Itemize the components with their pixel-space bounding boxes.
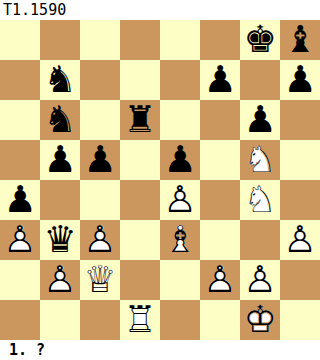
piece-fill: ♞ [40, 60, 80, 100]
square-e6[interactable] [160, 100, 200, 140]
piece-fill: ♟ [200, 60, 240, 100]
puzzle-title: T1.1590 [0, 0, 320, 20]
square-b2[interactable]: ♟♙ [40, 260, 80, 300]
black-pawn-icon[interactable]: ♟ [200, 60, 240, 100]
piece-fill: ♟ [40, 140, 80, 180]
white-queen-icon[interactable]: ♛♕ [80, 260, 120, 300]
square-c7[interactable] [80, 60, 120, 100]
square-c4[interactable] [80, 180, 120, 220]
piece-outline: ♘ [240, 180, 280, 220]
square-a8[interactable] [0, 20, 40, 60]
white-rook-icon[interactable]: ♜♖ [120, 300, 160, 340]
square-h2[interactable] [280, 260, 320, 300]
square-a1[interactable] [0, 300, 40, 340]
piece-fill: ♜ [120, 100, 160, 140]
square-b7[interactable]: ♞ [40, 60, 80, 100]
square-c8[interactable] [80, 20, 120, 60]
square-c5[interactable]: ♟ [80, 140, 120, 180]
piece-outline: ♘ [240, 140, 280, 180]
square-h7[interactable]: ♟ [280, 60, 320, 100]
piece-fill: ♞ [40, 100, 80, 140]
square-g4[interactable]: ♞♘ [240, 180, 280, 220]
piece-fill: ♟ [80, 140, 120, 180]
square-c2[interactable]: ♛♕ [80, 260, 120, 300]
square-b6[interactable]: ♞ [40, 100, 80, 140]
square-f4[interactable] [200, 180, 240, 220]
black-knight-icon[interactable]: ♞ [40, 100, 80, 140]
piece-outline: ♙ [160, 180, 200, 220]
white-knight-icon[interactable]: ♞♘ [240, 140, 280, 180]
square-h5[interactable] [280, 140, 320, 180]
piece-outline: ♙ [40, 260, 80, 300]
square-d4[interactable] [120, 180, 160, 220]
square-c6[interactable] [80, 100, 120, 140]
square-g7[interactable] [240, 60, 280, 100]
white-pawn-icon[interactable]: ♟♙ [280, 220, 320, 260]
piece-fill: ♟ [280, 60, 320, 100]
black-knight-icon[interactable]: ♞ [40, 60, 80, 100]
black-pawn-icon[interactable]: ♟ [0, 180, 40, 220]
square-e8[interactable] [160, 20, 200, 60]
square-d7[interactable] [120, 60, 160, 100]
square-f8[interactable] [200, 20, 240, 60]
black-rook-icon[interactable]: ♜ [120, 100, 160, 140]
piece-fill: ♚ [240, 20, 280, 60]
square-h3[interactable]: ♟♙ [280, 220, 320, 260]
square-d5[interactable] [120, 140, 160, 180]
square-b3[interactable]: ♛ [40, 220, 80, 260]
square-a6[interactable] [0, 100, 40, 140]
square-e4[interactable]: ♟♙ [160, 180, 200, 220]
white-pawn-icon[interactable]: ♟♙ [160, 180, 200, 220]
piece-outline: ♙ [240, 260, 280, 300]
piece-fill: ♟ [160, 140, 200, 180]
square-d3[interactable] [120, 220, 160, 260]
square-a2[interactable] [0, 260, 40, 300]
square-f7[interactable]: ♟ [200, 60, 240, 100]
black-pawn-icon[interactable]: ♟ [80, 140, 120, 180]
square-d1[interactable]: ♜♖ [120, 300, 160, 340]
square-d2[interactable] [120, 260, 160, 300]
black-pawn-icon[interactable]: ♟ [240, 100, 280, 140]
square-f2[interactable]: ♟♙ [200, 260, 240, 300]
square-g3[interactable] [240, 220, 280, 260]
black-king-icon[interactable]: ♚ [240, 20, 280, 60]
piece-fill: ♛ [40, 220, 80, 260]
black-queen-icon[interactable]: ♛ [40, 220, 80, 260]
square-a3[interactable]: ♟♙ [0, 220, 40, 260]
square-a5[interactable] [0, 140, 40, 180]
square-b8[interactable] [40, 20, 80, 60]
white-pawn-icon[interactable]: ♟♙ [240, 260, 280, 300]
square-d8[interactable] [120, 20, 160, 60]
square-f3[interactable] [200, 220, 240, 260]
square-h8[interactable]: ♝ [280, 20, 320, 60]
square-a7[interactable] [0, 60, 40, 100]
square-e5[interactable]: ♟ [160, 140, 200, 180]
square-g5[interactable]: ♞♘ [240, 140, 280, 180]
square-f5[interactable] [200, 140, 240, 180]
square-e2[interactable] [160, 260, 200, 300]
black-bishop-icon[interactable]: ♝ [280, 20, 320, 60]
piece-fill: ♟ [240, 100, 280, 140]
move-prompt: 1. ? [0, 340, 320, 360]
piece-outline: ♖ [120, 300, 160, 340]
piece-outline: ♔ [240, 300, 280, 340]
square-c1[interactable] [80, 300, 120, 340]
white-pawn-icon[interactable]: ♟♙ [80, 220, 120, 260]
square-b5[interactable]: ♟ [40, 140, 80, 180]
square-c3[interactable]: ♟♙ [80, 220, 120, 260]
black-pawn-icon[interactable]: ♟ [40, 140, 80, 180]
square-g2[interactable]: ♟♙ [240, 260, 280, 300]
black-pawn-icon[interactable]: ♟ [280, 60, 320, 100]
square-h4[interactable] [280, 180, 320, 220]
piece-outline: ♙ [80, 220, 120, 260]
square-b4[interactable] [40, 180, 80, 220]
piece-fill: ♟ [0, 180, 40, 220]
square-e3[interactable]: ♝♗ [160, 220, 200, 260]
piece-fill: ♝ [280, 20, 320, 60]
black-pawn-icon[interactable]: ♟ [160, 140, 200, 180]
square-d6[interactable]: ♜ [120, 100, 160, 140]
chess-board: ♚♝♞♟♟♞♜♟♟♟♟♞♘♟♟♙♞♘♟♙♛♟♙♝♗♟♙♟♙♛♕♟♙♟♙♜♖♚♔ [0, 20, 320, 340]
square-h1[interactable] [280, 300, 320, 340]
square-f1[interactable] [200, 300, 240, 340]
square-e7[interactable] [160, 60, 200, 100]
piece-outline: ♙ [280, 220, 320, 260]
square-b1[interactable] [40, 300, 80, 340]
piece-outline: ♙ [0, 220, 40, 260]
white-pawn-icon[interactable]: ♟♙ [40, 260, 80, 300]
square-g8[interactable]: ♚ [240, 20, 280, 60]
piece-outline: ♗ [160, 220, 200, 260]
white-bishop-icon[interactable]: ♝♗ [160, 220, 200, 260]
white-pawn-icon[interactable]: ♟♙ [200, 260, 240, 300]
square-g1[interactable]: ♚♔ [240, 300, 280, 340]
square-e1[interactable] [160, 300, 200, 340]
square-h6[interactable] [280, 100, 320, 140]
piece-outline: ♕ [80, 260, 120, 300]
white-king-icon[interactable]: ♚♔ [240, 300, 280, 340]
white-pawn-icon[interactable]: ♟♙ [0, 220, 40, 260]
piece-outline: ♙ [200, 260, 240, 300]
square-f6[interactable] [200, 100, 240, 140]
square-a4[interactable]: ♟ [0, 180, 40, 220]
white-knight-icon[interactable]: ♞♘ [240, 180, 280, 220]
square-g6[interactable]: ♟ [240, 100, 280, 140]
